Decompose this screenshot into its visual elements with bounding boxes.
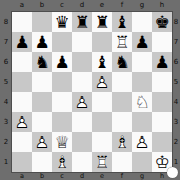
chess-diagram: abcdefgh abcdefgh 87654321 87654321 ♛♜♜♝… [0,0,180,180]
file-label-h: h [152,0,172,12]
piece-white-rook: ♜♖ [112,32,132,52]
piece-white-rook: ♜♖ [92,152,112,172]
square-a8[interactable] [12,12,32,32]
square-a7[interactable]: ♟ [12,32,32,52]
piece-glyph: ♟ [52,52,72,72]
rank-label-2: 2 [172,132,180,152]
piece-white-pawn: ♟♙ [32,132,52,152]
square-a1[interactable] [12,152,32,172]
square-g3[interactable] [132,112,152,132]
piece-glyph: ♚ [152,12,172,32]
square-c8[interactable]: ♛ [52,12,72,32]
piece-black-rook: ♜ [72,12,92,32]
piece-outline: ♖ [92,152,112,172]
square-h3[interactable] [152,112,172,132]
piece-outline: ♙ [72,92,92,112]
square-a2[interactable] [12,132,32,152]
rank-label-2: 2 [0,132,12,152]
piece-glyph: ♟ [12,32,32,52]
file-label-d: d [72,172,92,180]
square-c2[interactable]: ♛♕ [52,132,72,152]
piece-outline: ♙ [12,112,32,132]
piece-glyph: ♟ [132,32,152,52]
square-e7[interactable] [92,32,112,52]
square-g7[interactable]: ♟ [132,32,152,52]
square-g1[interactable] [132,152,152,172]
square-e3[interactable] [92,112,112,132]
rank-label-7: 7 [0,32,12,52]
rank-label-3: 3 [172,112,180,132]
square-h5[interactable] [152,72,172,92]
square-f4[interactable] [112,92,132,112]
rank-labels-right: 87654321 [172,12,180,172]
rank-label-6: 6 [0,52,12,72]
square-e6[interactable]: ♝ [92,52,112,72]
square-f1[interactable] [112,152,132,172]
piece-black-knight: ♞ [112,52,132,72]
rank-label-6: 6 [172,52,180,72]
square-d8[interactable]: ♜ [72,12,92,32]
rank-label-1: 1 [0,152,12,172]
square-e1[interactable]: ♜♖ [92,152,112,172]
file-label-e: e [92,0,112,12]
file-label-c: c [52,0,72,12]
file-labels-bottom: abcdefgh [12,172,172,180]
square-b5[interactable] [32,72,52,92]
file-labels-top: abcdefgh [12,0,172,12]
square-a6[interactable] [12,52,32,72]
piece-white-bishop: ♝♗ [52,152,72,172]
rank-label-4: 4 [172,92,180,112]
file-label-f: f [112,172,132,180]
square-e2[interactable] [92,132,112,152]
piece-black-queen: ♛ [52,12,72,32]
rank-label-3: 3 [0,112,12,132]
file-label-c: c [52,172,72,180]
square-e8[interactable]: ♜ [92,12,112,32]
piece-black-pawn: ♟ [12,32,32,52]
file-label-a: a [12,172,32,180]
square-d7[interactable] [72,32,92,52]
piece-white-knight: ♞♘ [132,92,152,112]
piece-glyph: ♜ [92,12,112,32]
square-f7[interactable]: ♜♖ [112,32,132,52]
piece-black-knight: ♞ [32,52,52,72]
chess-board: ♛♜♜♝♚♟♟♜♖♟♞♟♝♞♟♟♙♟♙♞♘♟♙♟♙♛♕♝♗♟♙♝♗♜♖♚♔ [12,12,172,172]
file-label-b: b [32,0,52,12]
file-label-d: d [72,0,92,12]
piece-outline: ♕ [52,132,72,152]
piece-glyph: ♝ [112,12,132,32]
rank-label-8: 8 [172,12,180,32]
piece-outline: ♗ [52,152,72,172]
piece-glyph: ♜ [72,12,92,32]
square-d5[interactable] [72,72,92,92]
piece-white-bishop: ♝♗ [112,132,132,152]
piece-glyph: ♛ [52,12,72,32]
square-d2[interactable] [72,132,92,152]
piece-white-pawn: ♟♙ [92,72,112,92]
square-g8[interactable] [132,12,152,32]
rank-labels-left: 87654321 [0,12,12,172]
square-h4[interactable] [152,92,172,112]
piece-white-pawn: ♟♙ [132,132,152,152]
square-d1[interactable] [72,152,92,172]
square-c4[interactable] [52,92,72,112]
piece-black-pawn: ♟ [52,52,72,72]
piece-outline: ♘ [132,92,152,112]
square-b2[interactable]: ♟♙ [32,132,52,152]
square-b7[interactable]: ♟ [32,32,52,52]
square-a5[interactable] [12,72,32,92]
square-c5[interactable] [52,72,72,92]
square-b4[interactable] [32,92,52,112]
piece-black-rook: ♜ [92,12,112,32]
file-label-g: g [132,0,152,12]
piece-outline: ♙ [32,132,52,152]
rank-label-8: 8 [0,12,12,32]
piece-glyph: ♞ [112,52,132,72]
square-g4[interactable]: ♞♘ [132,92,152,112]
rank-label-7: 7 [172,32,180,52]
piece-black-pawn: ♟ [32,32,52,52]
piece-outline: ♗ [112,132,132,152]
square-h2[interactable] [152,132,172,152]
square-f3[interactable] [112,112,132,132]
file-label-e: e [92,172,112,180]
piece-black-bishop: ♝ [112,12,132,32]
piece-outline: ♖ [112,32,132,52]
piece-black-pawn: ♟ [132,32,152,52]
square-h8[interactable]: ♚ [152,12,172,32]
rank-label-5: 5 [0,72,12,92]
piece-glyph: ♝ [92,52,112,72]
piece-white-queen: ♛♕ [52,132,72,152]
square-b6[interactable]: ♞ [32,52,52,72]
square-f5[interactable] [112,72,132,92]
square-h6[interactable]: ♟ [152,52,172,72]
file-label-b: b [32,172,52,180]
file-label-g: g [132,172,152,180]
square-f2[interactable]: ♝♗ [112,132,132,152]
square-d4[interactable]: ♟♙ [72,92,92,112]
piece-black-pawn: ♟ [152,52,172,72]
square-e4[interactable] [92,92,112,112]
rank-label-5: 5 [172,72,180,92]
square-h7[interactable] [152,32,172,52]
piece-white-pawn: ♟♙ [12,112,32,132]
piece-outline: ♙ [132,132,152,152]
square-c1[interactable]: ♝♗ [52,152,72,172]
square-e5[interactable]: ♟♙ [92,72,112,92]
square-c3[interactable] [52,112,72,132]
square-a3[interactable]: ♟♙ [12,112,32,132]
square-b1[interactable] [32,152,52,172]
piece-outline: ♙ [92,72,112,92]
square-f6[interactable]: ♞ [112,52,132,72]
file-label-a: a [12,0,32,12]
square-d6[interactable] [72,52,92,72]
square-g5[interactable] [132,72,152,92]
square-b3[interactable] [32,112,52,132]
piece-glyph: ♟ [32,32,52,52]
piece-glyph: ♞ [32,52,52,72]
square-c7[interactable] [52,32,72,52]
piece-black-bishop: ♝ [92,52,112,72]
square-g6[interactable] [132,52,152,72]
file-label-f: f [112,0,132,12]
white-to-move-indicator [167,167,178,178]
square-b8[interactable] [32,12,52,32]
rank-label-4: 4 [0,92,12,112]
square-a4[interactable] [12,92,32,112]
piece-black-king: ♚ [152,12,172,32]
piece-glyph: ♟ [152,52,172,72]
square-g2[interactable]: ♟♙ [132,132,152,152]
square-d3[interactable] [72,112,92,132]
square-c6[interactable]: ♟ [52,52,72,72]
square-f8[interactable]: ♝ [112,12,132,32]
piece-white-pawn: ♟♙ [72,92,92,112]
